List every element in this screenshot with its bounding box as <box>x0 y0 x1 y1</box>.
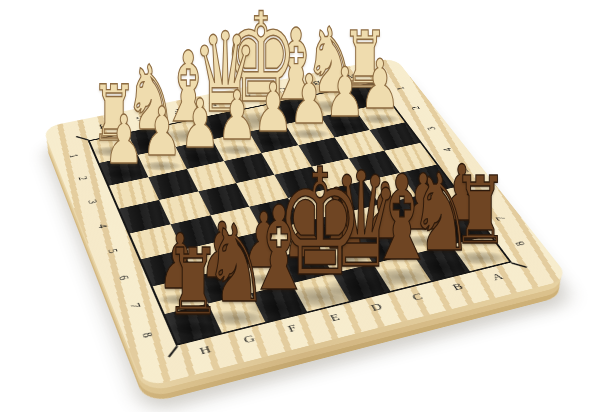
file-label-near-C: C <box>404 290 430 304</box>
file-label-far-H: H <box>93 121 114 131</box>
rank-label-right-1: 1 <box>393 84 408 93</box>
file-label-near-D: D <box>363 300 389 314</box>
rank-label-left-1: 1 <box>67 151 81 161</box>
chess-board: 1122334455667788HHGGFFEEDDCCBBAA <box>42 57 570 388</box>
rank-label-left-2: 2 <box>76 173 91 183</box>
file-label-far-A: A <box>341 72 362 81</box>
frame-corner-tick <box>168 346 178 358</box>
product-photo-stage: 1122334455667788HHGGFFEEDDCCBBAA ♜︎♞︎♝︎♛… <box>0 0 600 412</box>
rank-label-right-3: 3 <box>423 124 439 133</box>
file-label-far-G: G <box>130 114 151 124</box>
file-label-far-B: B <box>307 79 328 88</box>
file-label-near-H: H <box>192 342 218 357</box>
rank-label-left-4: 4 <box>95 220 111 231</box>
scene: 1122334455667788HHGGFFEEDDCCBBAA <box>0 0 600 412</box>
frame-corner-tick <box>511 262 527 268</box>
rank-label-right-4: 4 <box>439 145 455 155</box>
rank-label-left-5: 5 <box>105 245 121 257</box>
rank-label-left-6: 6 <box>116 272 132 284</box>
rank-label-left-3: 3 <box>85 196 100 207</box>
rank-label-left-7: 7 <box>127 299 144 312</box>
file-label-far-E: E <box>202 99 223 109</box>
file-label-near-A: A <box>484 270 510 283</box>
file-label-near-E: E <box>322 310 348 324</box>
squares-grid <box>90 83 509 344</box>
file-label-near-B: B <box>445 280 471 294</box>
file-label-near-G: G <box>236 331 262 346</box>
rank-label-right-6: 6 <box>474 189 491 200</box>
file-label-far-F: F <box>166 107 187 117</box>
rank-label-right-2: 2 <box>408 104 423 113</box>
rank-label-right-7: 7 <box>492 213 509 224</box>
rank-label-right-5: 5 <box>456 166 473 176</box>
file-label-far-D: D <box>238 92 259 102</box>
file-label-near-F: F <box>279 321 305 336</box>
file-label-far-C: C <box>272 85 293 95</box>
rank-label-left-8: 8 <box>139 328 156 341</box>
rank-label-right-8: 8 <box>511 238 529 250</box>
